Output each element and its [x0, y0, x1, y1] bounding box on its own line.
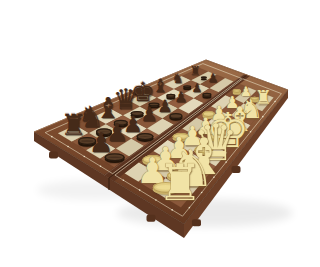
- checker-dark-g5[interactable]: [202, 93, 211, 97]
- checker-dark-h7[interactable]: [201, 76, 207, 79]
- piece-dark-pawn-h6[interactable]: ♟: [208, 72, 219, 84]
- piece-dark-pawn-f6[interactable]: ♟: [174, 90, 187, 105]
- piece-dark-pawn-a6[interactable]: ♟: [89, 129, 114, 157]
- checker-dark-c5[interactable]: [137, 133, 154, 140]
- piece-dark-pawn-e6[interactable]: ♟: [157, 98, 172, 115]
- checker-dark-a5[interactable]: [104, 153, 125, 162]
- product-photo-stage: ♜♟♞♝♟♟♚♟♜♟♛♟♞♝♟♟♞♝♟♟♜♟♚♟♟♟♛♟♝♟♞♜: [0, 0, 320, 267]
- piece-dark-rook-h8[interactable]: ♜: [190, 65, 201, 77]
- piece-light-rook-a1[interactable]: ♜: [157, 158, 202, 209]
- piece-dark-pawn-g6[interactable]: ♟: [192, 82, 203, 94]
- checker-dark-e5[interactable]: [169, 113, 182, 119]
- pieces-layer: ♜♟♞♝♟♟♚♟♜♟♛♟♞♝♟♟♞♝♟♟♜♟♚♟♟♟♛♟♝♟♞♜: [0, 0, 320, 267]
- piece-dark-knight-g8[interactable]: ♞: [172, 72, 184, 86]
- piece-dark-rook-a8[interactable]: ♜: [60, 111, 86, 140]
